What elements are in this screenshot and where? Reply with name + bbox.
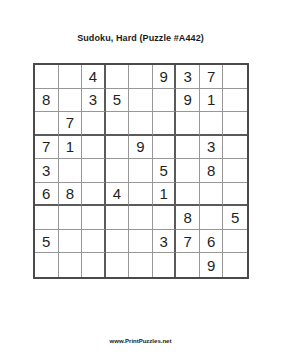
sudoku-cell-given[interactable]: 6 [200, 230, 224, 254]
sudoku-cell-empty[interactable] [200, 183, 224, 207]
sudoku-cell-empty[interactable] [82, 112, 106, 136]
sudoku-cell-empty[interactable] [59, 206, 83, 230]
sudoku-cell-given[interactable]: 7 [176, 230, 200, 254]
sudoku-cell-given[interactable]: 4 [106, 183, 130, 207]
sudoku-cell-empty[interactable] [129, 230, 153, 254]
sudoku-cell-given[interactable]: 3 [35, 159, 59, 183]
sudoku-cell-empty[interactable] [223, 136, 247, 160]
sudoku-cell-empty[interactable] [176, 159, 200, 183]
sudoku-cell-empty[interactable] [106, 206, 130, 230]
sudoku-cell-empty[interactable] [59, 159, 83, 183]
sudoku-cell-empty[interactable] [82, 230, 106, 254]
sudoku-cell-empty[interactable] [35, 253, 59, 277]
sudoku-cell-given[interactable]: 6 [35, 183, 59, 207]
sudoku-cell-empty[interactable] [129, 159, 153, 183]
sudoku-cell-given[interactable]: 5 [223, 206, 247, 230]
sudoku-cell-empty[interactable] [223, 65, 247, 89]
sudoku-cell-given[interactable]: 9 [153, 65, 177, 89]
sudoku-cell-empty[interactable] [59, 230, 83, 254]
sudoku-cell-empty[interactable] [129, 183, 153, 207]
sudoku-cell-empty[interactable] [176, 136, 200, 160]
sudoku-cell-empty[interactable] [82, 136, 106, 160]
sudoku-cell-empty[interactable] [223, 230, 247, 254]
sudoku-cell-empty[interactable] [129, 65, 153, 89]
sudoku-cell-empty[interactable] [129, 89, 153, 113]
sudoku-cell-empty[interactable] [129, 253, 153, 277]
sudoku-cell-empty[interactable] [176, 183, 200, 207]
sudoku-cell-empty[interactable] [59, 65, 83, 89]
sudoku-cell-empty[interactable] [153, 136, 177, 160]
puzzle-page: Sudoku, Hard (Puzzle #A442) 493783591771… [0, 0, 281, 363]
sudoku-cell-empty[interactable] [35, 65, 59, 89]
sudoku-cell-given[interactable]: 8 [35, 89, 59, 113]
sudoku-cell-given[interactable]: 3 [153, 230, 177, 254]
sudoku-cell-given[interactable]: 9 [176, 89, 200, 113]
sudoku-cell-empty[interactable] [153, 89, 177, 113]
sudoku-cell-empty[interactable] [223, 89, 247, 113]
sudoku-cell-given[interactable]: 5 [35, 230, 59, 254]
sudoku-cell-empty[interactable] [82, 206, 106, 230]
sudoku-cell-empty[interactable] [200, 112, 224, 136]
sudoku-cell-empty[interactable] [59, 253, 83, 277]
sudoku-cell-empty[interactable] [223, 183, 247, 207]
sudoku-cell-empty[interactable] [106, 112, 130, 136]
sudoku-cell-given[interactable]: 8 [176, 206, 200, 230]
sudoku-cell-empty[interactable] [59, 89, 83, 113]
sudoku-cell-empty[interactable] [223, 253, 247, 277]
sudoku-cell-empty[interactable] [106, 230, 130, 254]
sudoku-cell-given[interactable]: 1 [59, 136, 83, 160]
sudoku-cell-given[interactable]: 8 [59, 183, 83, 207]
puzzle-title: Sudoku, Hard (Puzzle #A442) [0, 33, 281, 43]
sudoku-cell-empty[interactable] [223, 112, 247, 136]
sudoku-cell-given[interactable]: 4 [82, 65, 106, 89]
sudoku-cell-given[interactable]: 7 [35, 136, 59, 160]
sudoku-cell-given[interactable]: 9 [200, 253, 224, 277]
sudoku-cell-empty[interactable] [153, 112, 177, 136]
sudoku-board: 4937835917719335868418553769 [33, 63, 249, 279]
sudoku-cell-empty[interactable] [35, 206, 59, 230]
sudoku-cell-empty[interactable] [106, 65, 130, 89]
footer-url: www.PrintPuzzles.net [0, 338, 281, 344]
sudoku-cell-empty[interactable] [153, 206, 177, 230]
sudoku-cell-empty[interactable] [106, 253, 130, 277]
sudoku-cell-given[interactable]: 5 [106, 89, 130, 113]
sudoku-cell-empty[interactable] [129, 206, 153, 230]
sudoku-cell-given[interactable]: 7 [200, 65, 224, 89]
sudoku-cell-given[interactable]: 5 [153, 159, 177, 183]
sudoku-cell-given[interactable]: 1 [200, 89, 224, 113]
sudoku-cell-empty[interactable] [129, 112, 153, 136]
sudoku-cell-empty[interactable] [106, 136, 130, 160]
sudoku-cell-empty[interactable] [223, 159, 247, 183]
sudoku-cell-given[interactable]: 3 [82, 89, 106, 113]
sudoku-cell-empty[interactable] [82, 159, 106, 183]
sudoku-cell-given[interactable]: 7 [59, 112, 83, 136]
sudoku-cell-empty[interactable] [200, 206, 224, 230]
sudoku-cell-empty[interactable] [82, 183, 106, 207]
sudoku-cell-empty[interactable] [35, 112, 59, 136]
sudoku-cell-empty[interactable] [153, 253, 177, 277]
sudoku-cell-empty[interactable] [176, 253, 200, 277]
sudoku-cell-empty[interactable] [176, 112, 200, 136]
sudoku-cell-given[interactable]: 3 [200, 136, 224, 160]
sudoku-cell-given[interactable]: 8 [200, 159, 224, 183]
sudoku-cell-given[interactable]: 3 [176, 65, 200, 89]
sudoku-cell-given[interactable]: 1 [153, 183, 177, 207]
sudoku-cell-given[interactable]: 9 [129, 136, 153, 160]
sudoku-cell-empty[interactable] [106, 159, 130, 183]
sudoku-cell-empty[interactable] [82, 253, 106, 277]
